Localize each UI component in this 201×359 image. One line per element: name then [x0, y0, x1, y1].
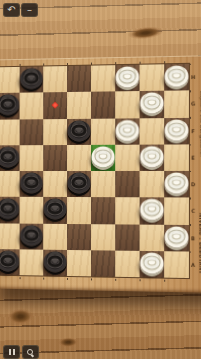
- dark-square[interactable]: [115, 65, 139, 92]
- light-square[interactable]: [164, 198, 189, 225]
- black-checker[interactable]: [20, 225, 43, 246]
- dark-square[interactable]: [115, 171, 139, 198]
- row-label: C: [190, 198, 196, 225]
- white-checker[interactable]: [165, 119, 189, 141]
- dark-square[interactable]: [164, 64, 189, 91]
- dark-square[interactable]: [140, 144, 165, 171]
- light-square[interactable]: [0, 119, 20, 145]
- row-label: A: [190, 251, 196, 278]
- dark-square[interactable]: [20, 171, 44, 197]
- undo-button[interactable]: ↶: [3, 3, 20, 17]
- dark-square[interactable]: [140, 251, 165, 278]
- light-square[interactable]: [164, 91, 189, 118]
- light-square[interactable]: [91, 171, 115, 197]
- dark-square[interactable]: [140, 198, 165, 225]
- dark-square[interactable]: [43, 249, 67, 276]
- black-checker[interactable]: [20, 68, 43, 89]
- white-checker[interactable]: [165, 65, 189, 87]
- light-square[interactable]: [91, 118, 115, 145]
- black-checker[interactable]: [68, 173, 91, 194]
- light-square[interactable]: [0, 223, 20, 249]
- green-highlight-square[interactable]: [91, 145, 115, 171]
- light-square[interactable]: [115, 250, 139, 277]
- light-square[interactable]: [115, 197, 139, 224]
- light-square[interactable]: [115, 144, 139, 171]
- dark-square[interactable]: [20, 223, 44, 249]
- minimize-icon: –: [27, 5, 32, 15]
- light-square[interactable]: [43, 119, 67, 145]
- dark-square[interactable]: [67, 171, 91, 197]
- light-square[interactable]: [43, 223, 67, 249]
- checkers-board: HGFEDCBA Capture est obligatoire! NIVEAU…: [0, 55, 201, 292]
- dark-square[interactable]: [67, 66, 91, 93]
- capture-rule-notice: Capture est obligatoire!: [199, 90, 201, 157]
- dark-square[interactable]: [115, 118, 139, 145]
- row-label: H: [190, 64, 196, 91]
- light-square[interactable]: [67, 197, 91, 223]
- light-square[interactable]: [140, 118, 165, 145]
- row-label: G: [190, 90, 196, 117]
- board: [0, 64, 189, 278]
- light-square[interactable]: [20, 93, 44, 119]
- light-square[interactable]: [67, 250, 91, 277]
- row-label: B: [190, 225, 196, 252]
- white-checker[interactable]: [165, 173, 189, 194]
- light-square[interactable]: [140, 171, 165, 198]
- light-square[interactable]: [67, 145, 91, 171]
- light-square[interactable]: [20, 145, 44, 171]
- light-square[interactable]: [91, 224, 115, 251]
- light-square[interactable]: [20, 249, 44, 275]
- white-checker[interactable]: [116, 119, 139, 140]
- dark-square[interactable]: [67, 118, 91, 144]
- pause-button[interactable]: [3, 345, 20, 359]
- board-frame-right: HGFEDCBA Capture est obligatoire! NIVEAU…: [189, 63, 201, 278]
- dark-square[interactable]: [115, 224, 139, 251]
- dark-square[interactable]: [140, 91, 165, 118]
- light-square[interactable]: [67, 92, 91, 119]
- wood-knot: [7, 308, 33, 325]
- dark-square[interactable]: [0, 145, 20, 171]
- dark-square[interactable]: [91, 197, 115, 224]
- light-square[interactable]: [164, 144, 189, 171]
- dark-square[interactable]: [43, 197, 67, 223]
- row-labels: HGFEDCBA: [190, 64, 196, 278]
- zoom-button[interactable]: [22, 345, 39, 359]
- pause-icon: [9, 349, 11, 355]
- white-checker[interactable]: [140, 252, 164, 274]
- dark-square[interactable]: [164, 224, 189, 251]
- dark-square[interactable]: [91, 92, 115, 119]
- light-square[interactable]: [140, 64, 165, 91]
- light-square[interactable]: [0, 67, 20, 93]
- wood-knot: [127, 25, 164, 41]
- row-label: E: [190, 144, 196, 171]
- black-checker[interactable]: [68, 120, 91, 141]
- black-checker[interactable]: [20, 173, 43, 194]
- black-checker[interactable]: [44, 199, 67, 220]
- light-square[interactable]: [115, 91, 139, 118]
- white-checker[interactable]: [140, 146, 164, 167]
- dark-square[interactable]: [0, 197, 20, 223]
- dark-square[interactable]: [67, 223, 91, 250]
- undo-icon: ↶: [7, 5, 15, 15]
- dark-square[interactable]: [164, 171, 189, 198]
- dark-square[interactable]: [164, 117, 189, 144]
- black-checker[interactable]: [0, 147, 19, 168]
- white-checker[interactable]: [140, 93, 164, 115]
- light-square[interactable]: [43, 171, 67, 197]
- dark-square[interactable]: [20, 119, 44, 145]
- black-checker[interactable]: [0, 94, 19, 115]
- light-square[interactable]: [43, 66, 67, 93]
- light-square[interactable]: [0, 171, 20, 197]
- white-checker[interactable]: [140, 199, 164, 220]
- minimize-button[interactable]: –: [21, 3, 38, 17]
- light-square[interactable]: [20, 197, 44, 223]
- row-label: F: [190, 117, 196, 144]
- dark-square[interactable]: [0, 93, 20, 119]
- dark-square[interactable]: [20, 66, 44, 92]
- dark-square[interactable]: [91, 250, 115, 277]
- light-square[interactable]: [91, 65, 115, 92]
- wood-knot: [58, 337, 78, 348]
- black-checker[interactable]: [44, 251, 67, 272]
- level-label: NIVEAU : DÉBUTANT: [198, 213, 201, 274]
- light-square[interactable]: [164, 251, 189, 278]
- dark-square[interactable]: [43, 92, 67, 118]
- white-checker[interactable]: [91, 146, 114, 167]
- dark-square[interactable]: [43, 145, 67, 171]
- light-square[interactable]: [140, 224, 165, 251]
- dark-square[interactable]: [0, 249, 20, 275]
- row-label: D: [190, 171, 196, 198]
- zoom-icon: [27, 349, 34, 356]
- black-checker[interactable]: [0, 199, 19, 220]
- black-checker[interactable]: [0, 250, 19, 271]
- white-checker[interactable]: [165, 226, 189, 248]
- white-checker[interactable]: [116, 66, 139, 88]
- red-capture-marker: [52, 102, 59, 109]
